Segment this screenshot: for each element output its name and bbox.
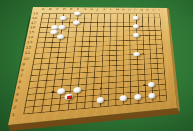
col-label: G (84, 8, 87, 10)
row-label: 11 (24, 52, 30, 55)
col-label: R (146, 9, 148, 11)
star-point (141, 26, 143, 27)
row-label: 16 (30, 26, 36, 29)
row-label: 15 (29, 31, 35, 34)
col-label: C (56, 8, 59, 10)
white-stone[interactable] (133, 24, 139, 28)
col-label: F (77, 8, 79, 10)
col-label: L (110, 8, 112, 10)
col-label: H (90, 8, 93, 10)
go-board[interactable]: 19A18B17C16D15E14F13G12H11J10K9L8M7N6O5P… (8, 7, 177, 125)
grid-line-vertical (123, 14, 124, 105)
row-label: 12 (25, 46, 31, 49)
row-label: 18 (32, 17, 38, 20)
col-label: Q (140, 9, 143, 11)
row-label: 13 (26, 41, 32, 44)
white-stone[interactable] (133, 16, 139, 20)
row-label: 10 (23, 57, 29, 60)
col-label: K (103, 8, 105, 10)
last-move-marker (67, 95, 72, 99)
col-label: D (63, 8, 66, 10)
star-point (52, 91, 55, 93)
star-point (144, 84, 146, 86)
col-label: N (122, 9, 125, 11)
white-stone[interactable] (59, 16, 66, 20)
col-label: A (42, 8, 45, 10)
white-stone[interactable] (133, 33, 139, 38)
row-label: 19 (33, 12, 39, 15)
col-label: S (152, 9, 154, 11)
col-label: M (116, 9, 119, 11)
col-label: O (128, 9, 131, 11)
row-label: 17 (31, 21, 37, 24)
col-label: P (134, 9, 136, 11)
col-label: B (49, 8, 52, 10)
col-label: E (70, 8, 73, 10)
col-label: J (97, 8, 98, 10)
row-label: 14 (28, 36, 34, 39)
go-app-window: 19A18B17C16D15E14F13G12H11J10K9L8M7N6O5P… (0, 0, 193, 131)
col-label: T (158, 9, 160, 11)
